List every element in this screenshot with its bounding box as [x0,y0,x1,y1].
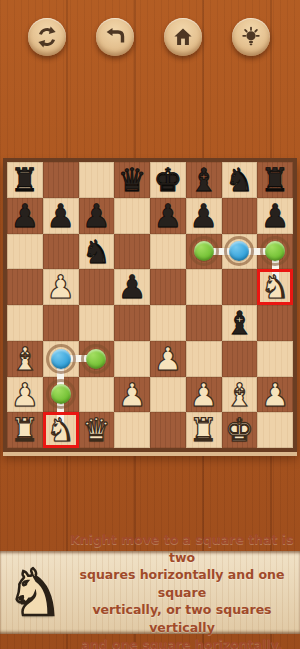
blue-dot [229,241,249,261]
piece-black-pawn[interactable]: ♟ [79,198,115,234]
move-step-circle-green [81,344,111,374]
lightbulb-icon [239,25,263,49]
piece-black-pawn[interactable]: ♟ [257,198,293,234]
app-screen: ♜♛♚♝♞♜♟♟♟♟♟♟♞♟♟♞♝♝♟♟♟♟♝♟♜♞♛♜♚ ♞ Knight m… [0,0,300,649]
green-dot [265,241,285,261]
restart-button[interactable] [28,18,66,56]
lesson-banner: ♞ Knight move to a square that is two sq… [0,551,300,634]
undo-button[interactable] [96,18,134,56]
piece-white-pawn[interactable]: ♟ [150,341,186,377]
piece-black-pawn[interactable]: ♟ [43,198,79,234]
piece-white-knight[interactable]: ♞ [43,412,79,448]
piece-black-bishop[interactable]: ♝ [186,162,222,198]
lesson-text-line: Knight move to a square that is two [70,531,294,566]
piece-black-bishop[interactable]: ♝ [222,305,258,341]
move-step-circle-green [189,236,219,266]
piece-white-pawn[interactable]: ♟ [257,377,293,413]
hint-button[interactable] [232,18,270,56]
piece-white-king[interactable]: ♚ [222,412,258,448]
knight-icon: ♞ [0,553,70,633]
piece-white-bishop[interactable]: ♝ [222,377,258,413]
move-step-circle-green [260,236,290,266]
undo-icon [103,25,127,49]
piece-black-king[interactable]: ♚ [150,162,186,198]
green-dot [194,241,214,261]
chess-board[interactable]: ♜♛♚♝♞♜♟♟♟♟♟♟♞♟♟♞♝♝♟♟♟♟♝♟♜♞♛♜♚ [3,158,297,452]
move-step-circle-blue [224,236,254,266]
move-step-circle-blue [46,344,76,374]
lesson-text: Knight move to a square that is two squa… [70,531,300,649]
piece-black-knight[interactable]: ♞ [79,234,115,270]
piece-white-queen[interactable]: ♛ [79,412,115,448]
lesson-text-line: vertically, or two squares vertically [70,601,294,636]
piece-black-pawn[interactable]: ♟ [114,269,150,305]
blue-dot [51,349,71,369]
piece-black-pawn[interactable]: ♟ [7,198,43,234]
home-icon [171,25,195,49]
piece-black-pawn[interactable]: ♟ [150,198,186,234]
green-dot [86,349,106,369]
piece-white-knight[interactable]: ♞ [257,269,293,305]
piece-white-pawn[interactable]: ♟ [7,377,43,413]
piece-white-rook[interactable]: ♜ [7,412,43,448]
piece-black-pawn[interactable]: ♟ [186,198,222,234]
piece-white-bishop[interactable]: ♝ [7,341,43,377]
piece-white-pawn[interactable]: ♟ [43,269,79,305]
piece-black-rook[interactable]: ♜ [7,162,43,198]
piece-black-rook[interactable]: ♜ [257,162,293,198]
piece-black-queen[interactable]: ♛ [114,162,150,198]
home-button[interactable] [164,18,202,56]
move-step-circle-green [46,379,76,409]
lesson-text-line: and one square horizontally. [70,636,294,649]
green-dot [51,384,71,404]
refresh-icon [35,25,59,49]
piece-white-pawn[interactable]: ♟ [114,377,150,413]
lesson-text-line: squares horizontally and one square [70,566,294,601]
piece-black-knight[interactable]: ♞ [222,162,258,198]
piece-white-rook[interactable]: ♜ [186,412,222,448]
piece-white-pawn[interactable]: ♟ [186,377,222,413]
